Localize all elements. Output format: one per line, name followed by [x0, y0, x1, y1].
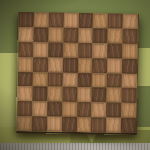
square-f7[interactable]	[93, 28, 108, 43]
square-e8[interactable]	[78, 13, 93, 28]
chess-board[interactable]	[16, 12, 139, 135]
square-e7[interactable]	[78, 28, 93, 43]
square-g1[interactable]	[106, 118, 121, 133]
square-g5[interactable]	[107, 58, 122, 73]
square-a1[interactable]	[17, 116, 32, 131]
square-h8[interactable]	[123, 14, 138, 29]
square-d6[interactable]	[63, 43, 78, 58]
square-b3[interactable]	[32, 87, 47, 102]
square-e4[interactable]	[77, 73, 92, 88]
square-b5[interactable]	[33, 57, 48, 72]
square-f2[interactable]	[92, 103, 107, 118]
square-c5[interactable]	[48, 57, 63, 72]
square-e3[interactable]	[77, 87, 92, 102]
square-c8[interactable]	[48, 13, 63, 28]
square-b7[interactable]	[33, 27, 48, 42]
square-f6[interactable]	[93, 43, 108, 58]
square-e5[interactable]	[77, 58, 92, 73]
square-f5[interactable]	[92, 58, 107, 73]
square-e1[interactable]	[76, 117, 91, 132]
square-c1[interactable]	[47, 117, 62, 132]
square-a3[interactable]	[17, 86, 32, 101]
square-d7[interactable]	[63, 28, 78, 43]
square-h6[interactable]	[122, 44, 137, 59]
square-b2[interactable]	[32, 102, 47, 117]
square-h7[interactable]	[123, 29, 138, 44]
square-g2[interactable]	[106, 103, 121, 118]
square-c4[interactable]	[47, 72, 62, 87]
square-f4[interactable]	[92, 73, 107, 88]
square-b1[interactable]	[32, 116, 47, 131]
square-c7[interactable]	[48, 27, 63, 42]
square-h2[interactable]	[121, 103, 136, 118]
square-a8[interactable]	[19, 12, 34, 27]
square-e2[interactable]	[77, 102, 92, 117]
square-g4[interactable]	[107, 73, 122, 88]
square-a4[interactable]	[18, 72, 33, 87]
square-a7[interactable]	[18, 27, 33, 42]
square-f1[interactable]	[91, 117, 106, 132]
square-b6[interactable]	[33, 42, 48, 57]
square-d3[interactable]	[62, 87, 77, 102]
square-f8[interactable]	[93, 13, 108, 28]
square-d8[interactable]	[63, 13, 78, 28]
square-h5[interactable]	[122, 58, 137, 73]
square-h1[interactable]	[121, 118, 136, 133]
square-d5[interactable]	[63, 57, 78, 72]
square-e6[interactable]	[78, 43, 93, 58]
square-c6[interactable]	[48, 42, 63, 57]
square-h3[interactable]	[122, 88, 137, 103]
square-b4[interactable]	[33, 72, 48, 87]
photo-scene	[0, 0, 150, 150]
square-f3[interactable]	[92, 88, 107, 103]
square-g3[interactable]	[107, 88, 122, 103]
square-c3[interactable]	[47, 87, 62, 102]
square-d4[interactable]	[62, 72, 77, 87]
square-a5[interactable]	[18, 57, 33, 72]
square-g7[interactable]	[108, 28, 123, 43]
square-g6[interactable]	[107, 43, 122, 58]
square-h4[interactable]	[122, 73, 137, 88]
square-d1[interactable]	[62, 117, 77, 132]
square-a6[interactable]	[18, 42, 33, 57]
square-b8[interactable]	[34, 12, 49, 27]
square-a2[interactable]	[17, 101, 32, 116]
square-c2[interactable]	[47, 102, 62, 117]
table-surface	[0, 143, 150, 150]
square-d2[interactable]	[62, 102, 77, 117]
square-g8[interactable]	[108, 14, 123, 29]
